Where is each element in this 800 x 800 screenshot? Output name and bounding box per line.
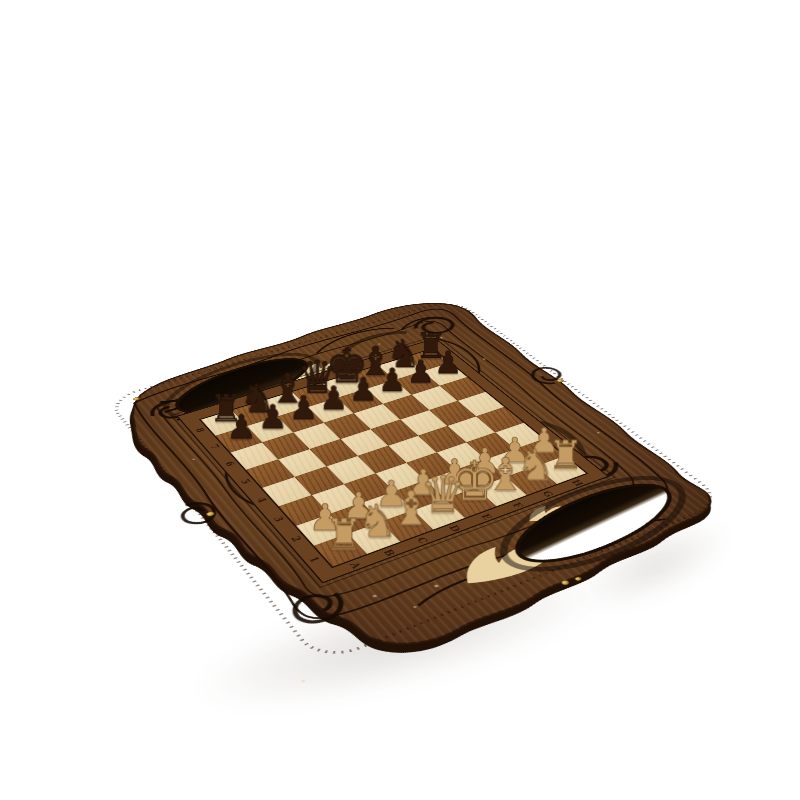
file-label-f: F [510,501,525,509]
rank-label-3: 3 [271,515,286,523]
file-label-h: H [569,479,585,488]
photo-stage: 8A7B6C5D4E3F2G1H ♜♞♝♛♚♝♞♜♟♟♟♟♟♟♟♟♟♟♟♟♟♟♟… [0,0,800,800]
file-label-a: A [347,561,363,570]
file-label-b: B [381,548,397,557]
piece-white-knight[interactable]: ♞ [358,473,397,543]
carved-chess-board: 8A7B6C5D4E3F2G1H ♜♞♝♛♚♝♞♜♟♟♟♟♟♟♟♟♟♟♟♟♟♟♟… [77,285,763,693]
rank-label-1: 1 [306,555,322,564]
file-label-c: C [414,536,430,545]
rank-label-8: 8 [193,427,207,434]
piece-white-rook[interactable]: ♜ [324,484,363,555]
rank-label-2: 2 [288,535,303,543]
file-label-g: G [540,490,556,498]
